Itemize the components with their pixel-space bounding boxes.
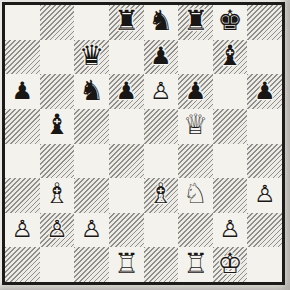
square-h3: ♙: [247, 178, 282, 213]
square-e7: ♟: [144, 40, 179, 75]
piece-black-rook: ♜: [114, 7, 139, 35]
square-b8: [40, 5, 75, 40]
piece-black-queen: ♛: [79, 42, 104, 70]
square-c5: [74, 109, 109, 144]
square-h4: [247, 144, 282, 179]
square-f5: ♕: [178, 109, 213, 144]
piece-white-pawn: ♙: [46, 217, 68, 241]
piece-white-bishop: ♗: [148, 180, 173, 208]
piece-white-knight: ♘: [183, 180, 208, 208]
square-b4: [40, 144, 75, 179]
square-c6: ♞: [74, 74, 109, 109]
piece-white-king: ♔: [218, 250, 243, 278]
piece-white-pawn: ♙: [12, 217, 34, 241]
square-g2: ♙: [213, 213, 248, 248]
square-a8: [5, 5, 40, 40]
square-h1: [247, 247, 282, 282]
piece-black-pawn: ♟: [150, 44, 172, 68]
square-d8: ♜: [109, 5, 144, 40]
square-e4: [144, 144, 179, 179]
square-g4: [213, 144, 248, 179]
piece-black-king: ♚: [218, 7, 243, 35]
square-g5: [213, 109, 248, 144]
piece-white-pawn: ♙: [254, 182, 276, 206]
square-h7: [247, 40, 282, 75]
square-c3: [74, 178, 109, 213]
square-c1: [74, 247, 109, 282]
square-d5: [109, 109, 144, 144]
square-g7: ♝: [213, 40, 248, 75]
square-d7: [109, 40, 144, 75]
square-c2: ♙: [74, 213, 109, 248]
piece-black-knight: ♞: [79, 77, 104, 105]
piece-black-bishop: ♝: [44, 111, 69, 139]
square-f1: ♖: [178, 247, 213, 282]
square-b1: [40, 247, 75, 282]
square-a3: [5, 178, 40, 213]
square-c8: [74, 5, 109, 40]
square-h6: ♟: [247, 74, 282, 109]
piece-black-pawn: ♟: [254, 79, 276, 103]
square-b3: ♗: [40, 178, 75, 213]
square-a1: [5, 247, 40, 282]
square-d4: [109, 144, 144, 179]
square-f2: [178, 213, 213, 248]
square-e2: [144, 213, 179, 248]
square-c4: [74, 144, 109, 179]
square-a5: [5, 109, 40, 144]
square-c7: ♛: [74, 40, 109, 75]
square-e8: ♞: [144, 5, 179, 40]
square-a7: [5, 40, 40, 75]
square-e6: ♙: [144, 74, 179, 109]
piece-black-rook: ♜: [183, 7, 208, 35]
square-e1: [144, 247, 179, 282]
piece-white-rook: ♖: [114, 250, 139, 278]
square-e3: ♗: [144, 178, 179, 213]
square-f8: ♜: [178, 5, 213, 40]
piece-white-bishop: ♗: [44, 180, 69, 208]
square-f7: [178, 40, 213, 75]
chess-board: ♜♞♜♚♛♟♝♟♞♟♙♟♟♝♕♗♗♘♙♙♙♙♙♖♖♔: [2, 2, 285, 285]
square-b6: [40, 74, 75, 109]
square-d1: ♖: [109, 247, 144, 282]
square-h5: [247, 109, 282, 144]
square-e5: [144, 109, 179, 144]
square-b7: [40, 40, 75, 75]
piece-black-knight: ♞: [148, 7, 173, 35]
square-g8: ♚: [213, 5, 248, 40]
piece-black-pawn: ♟: [12, 79, 34, 103]
square-f6: ♟: [178, 74, 213, 109]
square-b5: ♝: [40, 109, 75, 144]
square-f4: [178, 144, 213, 179]
piece-white-pawn: ♙: [81, 217, 103, 241]
piece-black-pawn: ♟: [115, 79, 137, 103]
square-d2: [109, 213, 144, 248]
square-h8: [247, 5, 282, 40]
square-g6: [213, 74, 248, 109]
piece-white-pawn: ♙: [219, 217, 241, 241]
square-d3: [109, 178, 144, 213]
piece-black-pawn: ♟: [185, 79, 207, 103]
square-f3: ♘: [178, 178, 213, 213]
square-d6: ♟: [109, 74, 144, 109]
square-h2: [247, 213, 282, 248]
square-a4: [5, 144, 40, 179]
square-g1: ♔: [213, 247, 248, 282]
piece-white-queen: ♕: [183, 111, 208, 139]
square-a2: ♙: [5, 213, 40, 248]
piece-white-rook: ♖: [183, 250, 208, 278]
square-a6: ♟: [5, 74, 40, 109]
piece-black-bishop: ♝: [218, 42, 243, 70]
piece-white-pawn: ♙: [150, 79, 172, 103]
square-b2: ♙: [40, 213, 75, 248]
square-g3: [213, 178, 248, 213]
